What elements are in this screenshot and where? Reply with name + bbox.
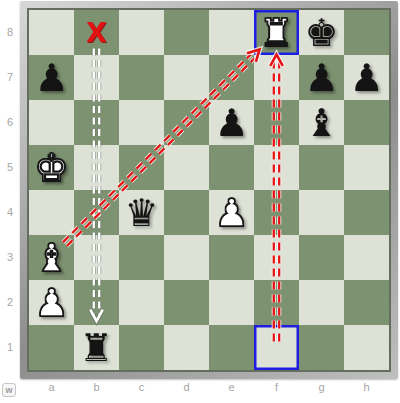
chess-board-page: 87654321 ♜♚♟♟♟♟♝♚♛♟♝♟♜ X abcdefgh w	[0, 0, 400, 403]
square-a2[interactable]: ♟	[29, 280, 74, 325]
square-b3[interactable]	[74, 235, 119, 280]
file-label-a: a	[29, 381, 74, 393]
square-d2[interactable]	[164, 280, 209, 325]
square-g4[interactable]	[299, 190, 344, 235]
piece-white-bishop-a3[interactable]: ♝	[34, 239, 68, 277]
square-c6[interactable]	[119, 100, 164, 145]
file-label-f: f	[254, 381, 299, 393]
board: ♜♚♟♟♟♟♝♚♛♟♝♟♜ X	[27, 8, 391, 372]
square-g7[interactable]: ♟	[299, 55, 344, 100]
square-e5[interactable]	[209, 145, 254, 190]
square-a7[interactable]: ♟	[29, 55, 74, 100]
piece-black-queen-c4[interactable]: ♛	[124, 194, 158, 232]
square-e4[interactable]: ♟	[209, 190, 254, 235]
rank-label-4: 4	[0, 190, 20, 235]
square-a1[interactable]	[29, 325, 74, 370]
file-label-g: g	[299, 381, 344, 393]
file-label-d: d	[164, 381, 209, 393]
square-h2[interactable]	[344, 280, 389, 325]
piece-black-pawn-a7[interactable]: ♟	[34, 59, 68, 97]
square-f6[interactable]	[254, 100, 299, 145]
square-f5[interactable]	[254, 145, 299, 190]
square-c7[interactable]	[119, 55, 164, 100]
square-h3[interactable]	[344, 235, 389, 280]
square-e8[interactable]	[209, 10, 254, 55]
square-d8[interactable]	[164, 10, 209, 55]
square-e6[interactable]: ♟	[209, 100, 254, 145]
square-e3[interactable]	[209, 235, 254, 280]
rank-label-1: 1	[0, 325, 20, 370]
piece-black-rook-b1[interactable]: ♜	[79, 329, 113, 367]
square-c2[interactable]	[119, 280, 164, 325]
square-c5[interactable]	[119, 145, 164, 190]
square-c1[interactable]	[119, 325, 164, 370]
square-e7[interactable]	[209, 55, 254, 100]
piece-black-pawn-h7[interactable]: ♟	[349, 59, 383, 97]
square-a4[interactable]	[29, 190, 74, 235]
square-d5[interactable]	[164, 145, 209, 190]
square-b4[interactable]	[74, 190, 119, 235]
square-b2[interactable]	[74, 280, 119, 325]
file-labels: abcdefgh	[29, 381, 389, 393]
square-d6[interactable]	[164, 100, 209, 145]
board-grid: ♜♚♟♟♟♟♝♚♛♟♝♟♜	[29, 10, 389, 370]
square-b5[interactable]	[74, 145, 119, 190]
file-label-e: e	[209, 381, 254, 393]
piece-black-pawn-g7[interactable]: ♟	[304, 59, 338, 97]
square-g5[interactable]	[299, 145, 344, 190]
square-h5[interactable]	[344, 145, 389, 190]
piece-white-pawn-e4[interactable]: ♟	[214, 194, 248, 232]
square-d4[interactable]	[164, 190, 209, 235]
rank-label-5: 5	[0, 145, 20, 190]
piece-black-pawn-e6[interactable]: ♟	[214, 104, 248, 142]
square-g2[interactable]	[299, 280, 344, 325]
square-e1[interactable]	[209, 325, 254, 370]
rank-label-6: 6	[0, 100, 20, 145]
square-a5[interactable]: ♚	[29, 145, 74, 190]
rank-label-2: 2	[0, 280, 20, 325]
square-a3[interactable]: ♝	[29, 235, 74, 280]
board-frame: ♜♚♟♟♟♟♝♚♛♟♝♟♜ X	[20, 1, 398, 379]
square-f2[interactable]	[254, 280, 299, 325]
square-d7[interactable]	[164, 55, 209, 100]
file-label-b: b	[74, 381, 119, 393]
square-e2[interactable]	[209, 280, 254, 325]
square-f7[interactable]	[254, 55, 299, 100]
square-g1[interactable]	[299, 325, 344, 370]
square-b1[interactable]: ♜	[74, 325, 119, 370]
square-f8[interactable]: ♜	[254, 10, 299, 55]
square-b6[interactable]	[74, 100, 119, 145]
piece-black-king-g8[interactable]: ♚	[304, 14, 338, 52]
square-h4[interactable]	[344, 190, 389, 235]
square-d3[interactable]	[164, 235, 209, 280]
square-g3[interactable]	[299, 235, 344, 280]
square-a8[interactable]	[29, 10, 74, 55]
square-h6[interactable]	[344, 100, 389, 145]
rank-label-7: 7	[0, 55, 20, 100]
file-label-c: c	[119, 381, 164, 393]
square-f1[interactable]	[254, 325, 299, 370]
rank-labels: 87654321	[0, 10, 20, 370]
square-d1[interactable]	[164, 325, 209, 370]
rank-label-3: 3	[0, 235, 20, 280]
square-f3[interactable]	[254, 235, 299, 280]
square-b8[interactable]	[74, 10, 119, 55]
square-b7[interactable]	[74, 55, 119, 100]
square-h7[interactable]: ♟	[344, 55, 389, 100]
piece-white-pawn-a2[interactable]: ♟	[34, 284, 68, 322]
square-c3[interactable]	[119, 235, 164, 280]
square-g6[interactable]: ♝	[299, 100, 344, 145]
square-h1[interactable]	[344, 325, 389, 370]
square-c8[interactable]	[119, 10, 164, 55]
square-h8[interactable]	[344, 10, 389, 55]
square-c4[interactable]: ♛	[119, 190, 164, 235]
rank-label-8: 8	[0, 10, 20, 55]
piece-white-rook-f8[interactable]: ♜	[259, 14, 293, 52]
square-a6[interactable]	[29, 100, 74, 145]
square-g8[interactable]: ♚	[299, 10, 344, 55]
square-f4[interactable]	[254, 190, 299, 235]
file-label-h: h	[344, 381, 389, 393]
piece-black-bishop-g6[interactable]: ♝	[304, 104, 338, 142]
turn-badge[interactable]: w	[2, 383, 16, 397]
piece-white-king-a5[interactable]: ♚	[34, 149, 68, 187]
